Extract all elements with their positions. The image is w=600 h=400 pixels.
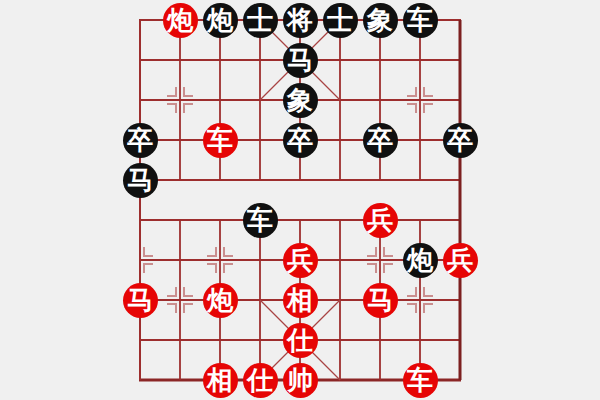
point-marker	[167, 287, 176, 296]
point-marker	[207, 264, 216, 273]
piece-black-general[interactable]: 将	[283, 3, 318, 38]
piece-black-advisor[interactable]: 士	[323, 3, 358, 38]
point-marker	[407, 287, 416, 296]
piece-red-soldier[interactable]: 兵	[283, 243, 318, 278]
piece-black-chariot[interactable]: 车	[403, 3, 438, 38]
piece-black-advisor[interactable]: 士	[243, 3, 278, 38]
piece-black-soldier[interactable]: 卒	[283, 123, 318, 158]
point-marker	[407, 304, 416, 313]
point-marker	[167, 87, 176, 96]
piece-black-chariot[interactable]: 车	[243, 203, 278, 238]
piece-red-elephant[interactable]: 相	[203, 363, 238, 398]
point-marker	[424, 87, 433, 96]
piece-black-soldier[interactable]: 卒	[363, 123, 398, 158]
piece-red-soldier[interactable]: 兵	[363, 203, 398, 238]
point-marker	[384, 264, 393, 273]
piece-black-elephant[interactable]: 象	[363, 3, 398, 38]
piece-black-horse[interactable]: 马	[123, 163, 158, 198]
piece-red-advisor[interactable]: 仕	[243, 363, 278, 398]
piece-black-cannon[interactable]: 炮	[203, 3, 238, 38]
piece-black-elephant[interactable]: 象	[283, 83, 318, 118]
piece-red-horse[interactable]: 马	[123, 283, 158, 318]
piece-red-chariot[interactable]: 车	[403, 363, 438, 398]
piece-black-horse[interactable]: 马	[283, 43, 318, 78]
point-marker	[367, 247, 376, 256]
point-marker	[207, 247, 216, 256]
point-marker	[144, 264, 153, 273]
point-marker	[224, 247, 233, 256]
xiangqi-board: 炮炮士将士象车马象卒车卒卒卒马车兵兵炮兵马炮相马仕相仕帅车	[0, 0, 600, 400]
point-marker	[144, 247, 153, 256]
piece-red-chariot[interactable]: 车	[203, 123, 238, 158]
point-marker	[184, 287, 193, 296]
point-marker	[424, 104, 433, 113]
point-marker	[224, 264, 233, 273]
point-marker	[407, 87, 416, 96]
point-marker	[184, 87, 193, 96]
point-marker	[384, 247, 393, 256]
point-marker	[367, 264, 376, 273]
point-marker	[184, 104, 193, 113]
piece-red-cannon[interactable]: 炮	[163, 3, 198, 38]
piece-black-soldier[interactable]: 卒	[123, 123, 158, 158]
point-marker	[167, 304, 176, 313]
piece-red-soldier[interactable]: 兵	[443, 243, 478, 278]
point-marker	[167, 104, 176, 113]
piece-red-cannon[interactable]: 炮	[203, 283, 238, 318]
point-marker	[184, 304, 193, 313]
piece-black-soldier[interactable]: 卒	[443, 123, 478, 158]
point-marker	[407, 104, 416, 113]
point-marker	[424, 287, 433, 296]
piece-red-horse[interactable]: 马	[363, 283, 398, 318]
piece-black-cannon[interactable]: 炮	[403, 243, 438, 278]
piece-red-king[interactable]: 帅	[283, 363, 318, 398]
piece-red-elephant[interactable]: 相	[283, 283, 318, 318]
point-marker	[424, 304, 433, 313]
piece-red-advisor[interactable]: 仕	[283, 323, 318, 358]
